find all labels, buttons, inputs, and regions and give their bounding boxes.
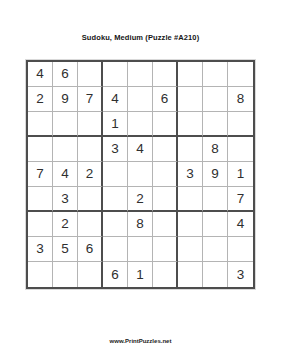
cell-r4c3[interactable] <box>78 137 103 162</box>
cell-r4c4: 3 <box>103 137 128 162</box>
cell-r2c9: 8 <box>228 87 253 112</box>
cell-r1c1: 4 <box>28 62 53 87</box>
cell-r7c6[interactable] <box>153 212 178 237</box>
cell-r6c3[interactable] <box>78 187 103 212</box>
cell-r7c3[interactable] <box>78 212 103 237</box>
cell-r5c9: 1 <box>228 162 253 187</box>
site-url: www.PrintPuzzles.net <box>0 338 281 344</box>
cell-r7c2: 2 <box>53 212 78 237</box>
cell-r8c8[interactable] <box>203 237 228 262</box>
cell-r2c3: 7 <box>78 87 103 112</box>
cell-r9c1[interactable] <box>28 262 53 287</box>
cell-r3c8[interactable] <box>203 112 228 137</box>
cell-r7c1[interactable] <box>28 212 53 237</box>
cell-r6c5: 2 <box>128 187 153 212</box>
cell-r6c4[interactable] <box>103 187 128 212</box>
cell-r4c7[interactable] <box>178 137 203 162</box>
cell-r3c5[interactable] <box>128 112 153 137</box>
cell-r5c2: 4 <box>53 162 78 187</box>
cell-r1c3[interactable] <box>78 62 103 87</box>
cell-r5c1: 7 <box>28 162 53 187</box>
cell-r2c1: 2 <box>28 87 53 112</box>
cell-r7c5: 8 <box>128 212 153 237</box>
cell-r2c2: 9 <box>53 87 78 112</box>
cell-r8c4[interactable] <box>103 237 128 262</box>
cell-r9c8[interactable] <box>203 262 228 287</box>
cell-r8c1: 3 <box>28 237 53 262</box>
cell-r3c1[interactable] <box>28 112 53 137</box>
cell-r6c6[interactable] <box>153 187 178 212</box>
cell-r6c8[interactable] <box>203 187 228 212</box>
cell-r5c8: 9 <box>203 162 228 187</box>
cell-r4c6[interactable] <box>153 137 178 162</box>
cell-r1c9[interactable] <box>228 62 253 87</box>
cell-r7c7[interactable] <box>178 212 203 237</box>
cell-r2c5[interactable] <box>128 87 153 112</box>
cell-r2c6: 6 <box>153 87 178 112</box>
cell-r4c8: 8 <box>203 137 228 162</box>
cell-r8c9[interactable] <box>228 237 253 262</box>
sudoku-grid: 462974681348742391327284356613 <box>26 60 255 289</box>
cell-r9c6[interactable] <box>153 262 178 287</box>
cell-r8c7[interactable] <box>178 237 203 262</box>
cell-r9c7[interactable] <box>178 262 203 287</box>
cell-r4c9[interactable] <box>228 137 253 162</box>
cell-r8c3: 6 <box>78 237 103 262</box>
cell-r3c2[interactable] <box>53 112 78 137</box>
cell-r1c6[interactable] <box>153 62 178 87</box>
cell-r7c4[interactable] <box>103 212 128 237</box>
cell-r1c2: 6 <box>53 62 78 87</box>
cell-r9c3[interactable] <box>78 262 103 287</box>
cell-r1c7[interactable] <box>178 62 203 87</box>
cell-r9c4: 6 <box>103 262 128 287</box>
cell-r5c3: 2 <box>78 162 103 187</box>
cell-r6c1[interactable] <box>28 187 53 212</box>
cell-r7c8[interactable] <box>203 212 228 237</box>
cell-r2c7[interactable] <box>178 87 203 112</box>
cell-r1c4[interactable] <box>103 62 128 87</box>
puzzle-page: Sudoku, Medium (Puzzle #A210) 4629746813… <box>0 0 281 363</box>
cell-r5c5[interactable] <box>128 162 153 187</box>
cell-r4c1[interactable] <box>28 137 53 162</box>
cell-r3c4: 1 <box>103 112 128 137</box>
cell-r6c9: 7 <box>228 187 253 212</box>
cell-r7c9: 4 <box>228 212 253 237</box>
cell-r5c7: 3 <box>178 162 203 187</box>
cell-r1c8[interactable] <box>203 62 228 87</box>
cell-r5c4[interactable] <box>103 162 128 187</box>
cell-r3c3[interactable] <box>78 112 103 137</box>
cell-r2c8[interactable] <box>203 87 228 112</box>
cell-r9c9: 3 <box>228 262 253 287</box>
cell-r4c2[interactable] <box>53 137 78 162</box>
cell-r5c6[interactable] <box>153 162 178 187</box>
cell-r4c5: 4 <box>128 137 153 162</box>
cell-r3c9[interactable] <box>228 112 253 137</box>
cell-r8c5[interactable] <box>128 237 153 262</box>
cell-r2c4: 4 <box>103 87 128 112</box>
cell-r6c2: 3 <box>53 187 78 212</box>
cell-r9c5: 1 <box>128 262 153 287</box>
cell-r1c5[interactable] <box>128 62 153 87</box>
cell-r8c2: 5 <box>53 237 78 262</box>
cell-r6c7[interactable] <box>178 187 203 212</box>
cell-r9c2[interactable] <box>53 262 78 287</box>
cell-r3c6[interactable] <box>153 112 178 137</box>
puzzle-title: Sudoku, Medium (Puzzle #A210) <box>0 33 281 42</box>
cell-r3c7[interactable] <box>178 112 203 137</box>
cell-r8c6[interactable] <box>153 237 178 262</box>
